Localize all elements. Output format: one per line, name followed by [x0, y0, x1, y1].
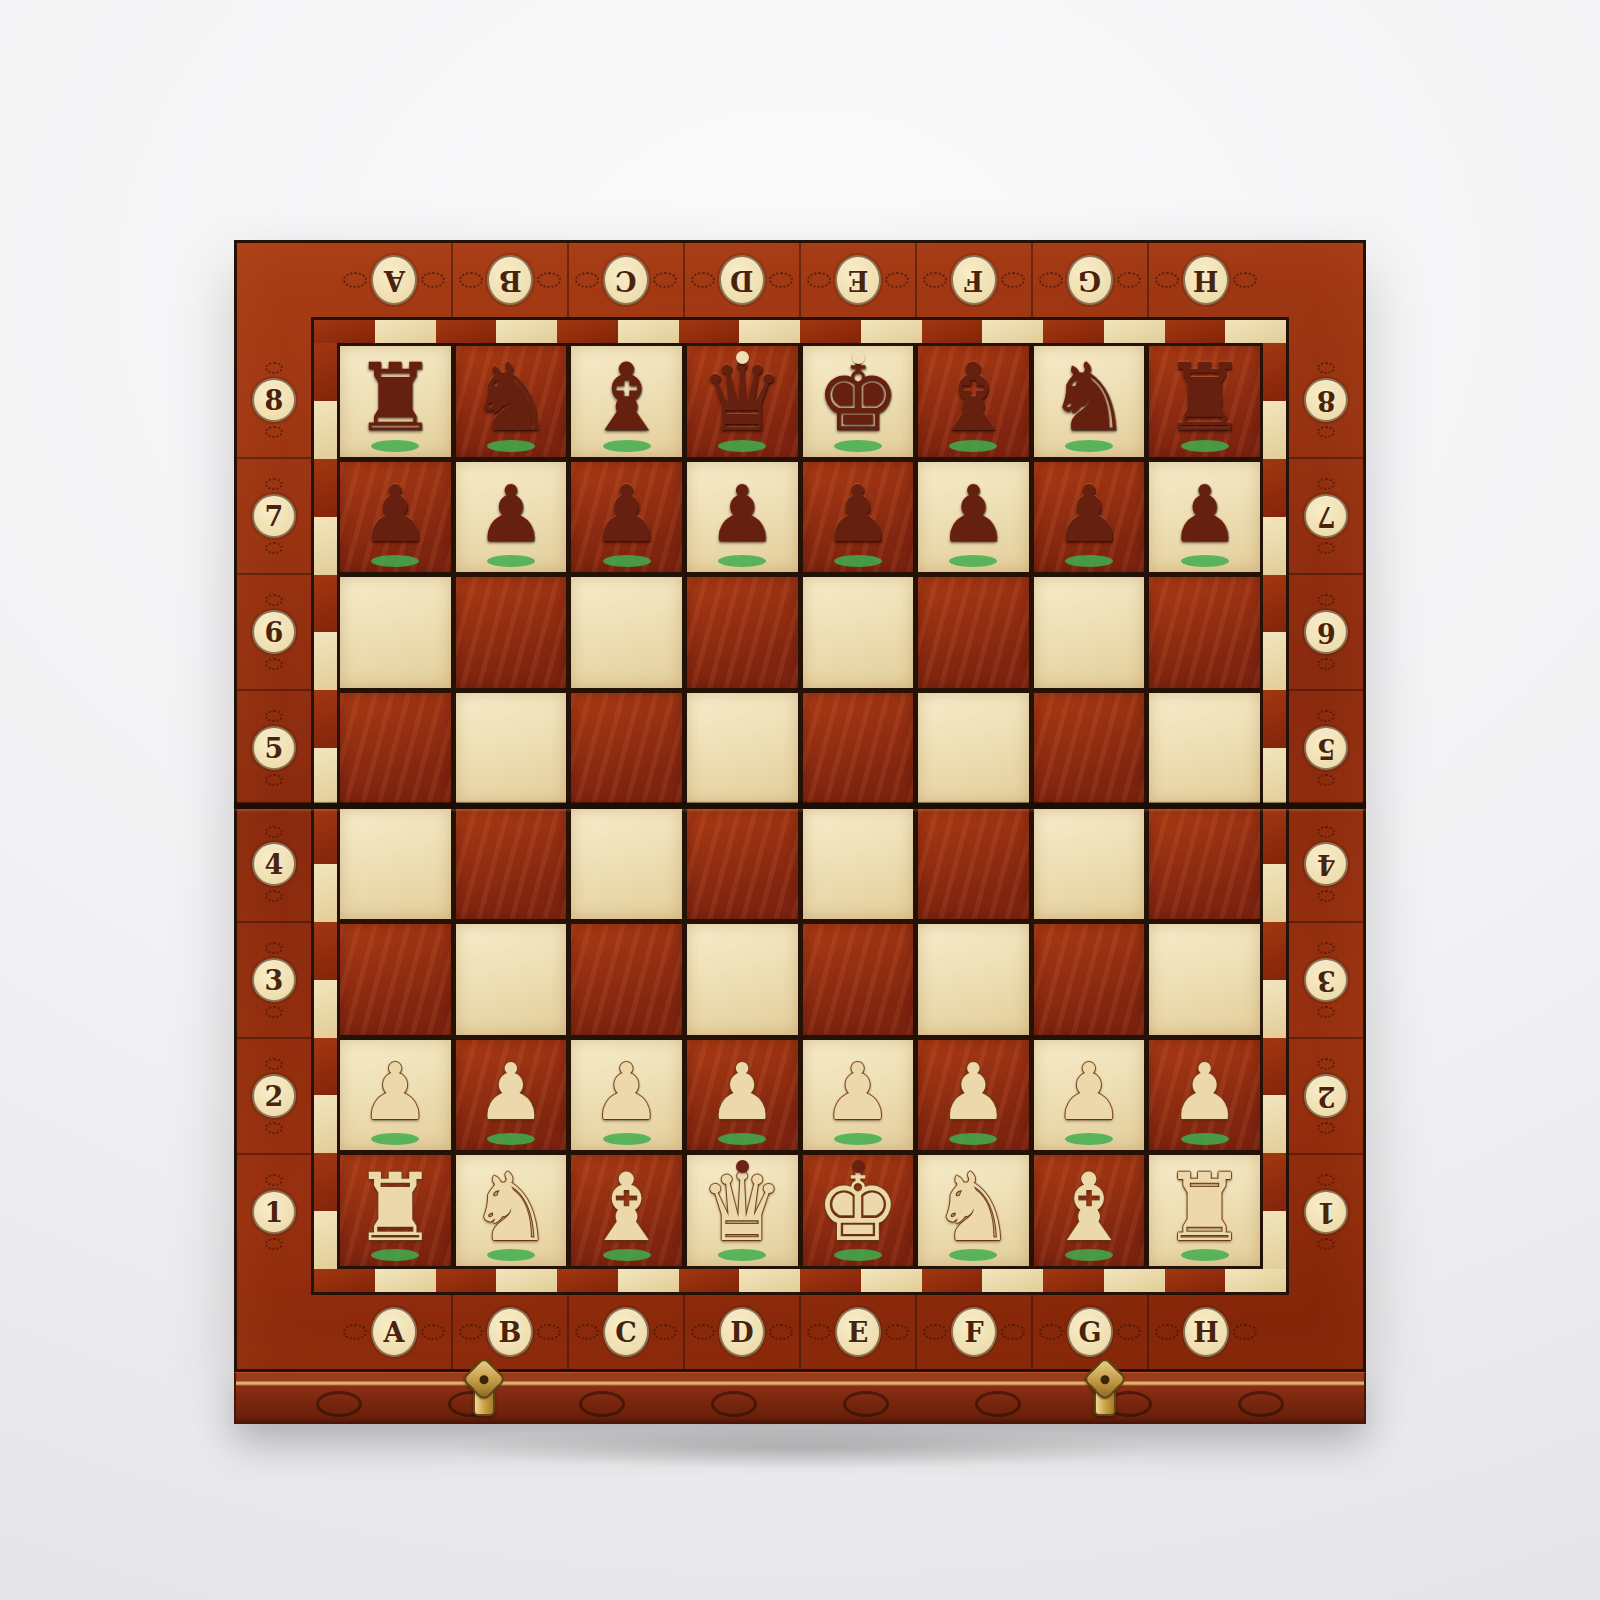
piece-black-rook[interactable]: ♜ [353, 351, 437, 445]
coordinate-oval: D [719, 1307, 765, 1357]
band-segment [1263, 1095, 1286, 1153]
coordinate-text: 5 [265, 733, 284, 764]
scroll-ornament-icon [1317, 710, 1335, 722]
file-labels-bottom: ABCDEFGH [337, 1295, 1263, 1369]
rank-label-cell: 4 [237, 805, 311, 921]
square-c1[interactable]: ♝ [571, 1155, 682, 1266]
coordinate-oval: A [371, 1307, 417, 1357]
square-d7[interactable]: ♟ [687, 462, 798, 573]
scroll-ornament-icon [421, 272, 445, 288]
band-segment [314, 517, 337, 575]
scroll-ornament-icon [1317, 1006, 1335, 1018]
coordinate-text: G [1078, 1317, 1101, 1348]
band-segment [618, 320, 679, 343]
file-labels-top: ABCDEFGH [337, 243, 1263, 317]
scroll-ornament-icon [1039, 1324, 1063, 1340]
coordinate-oval: C [603, 255, 649, 305]
band-segment [1263, 806, 1286, 864]
square-d6[interactable] [687, 577, 798, 688]
band-segment [1104, 320, 1165, 343]
scroll-ornament-icon [653, 1324, 677, 1340]
scroll-ornament-icon [1317, 826, 1335, 838]
edge-oval-ornament [1238, 1391, 1284, 1417]
square-g4[interactable] [1034, 809, 1145, 920]
file-label-cell: A [337, 1295, 451, 1369]
scroll-ornament-icon [459, 272, 483, 288]
piece-white-knight[interactable]: ♞ [931, 1161, 1015, 1255]
coordinate-text: 3 [265, 965, 284, 996]
file-label-cell: F [915, 243, 1031, 317]
square-c2[interactable]: ♟ [571, 1040, 682, 1151]
coordinate-oval: 5 [1304, 726, 1348, 770]
square-c8[interactable]: ♝ [571, 346, 682, 457]
piece-white-bishop[interactable]: ♝ [1047, 1161, 1131, 1255]
square-c7[interactable]: ♟ [571, 462, 682, 573]
coordinate-oval: 3 [1304, 958, 1348, 1002]
piece-black-pawn[interactable]: ♟ [592, 475, 662, 553]
scroll-ornament-icon [1117, 1324, 1141, 1340]
scroll-ornament-icon [1001, 272, 1025, 288]
square-d8[interactable]: ♛ [687, 346, 798, 457]
coordinate-text: H [1193, 265, 1219, 296]
coordinate-text: 1 [265, 1197, 284, 1228]
scroll-ornament-icon [1317, 1058, 1335, 1070]
rank-label-cell: 8 [1289, 343, 1363, 457]
square-h1[interactable]: ♜ [1149, 1155, 1260, 1266]
scroll-ornament-icon [265, 826, 283, 838]
square-a2[interactable]: ♟ [340, 1040, 451, 1151]
square-f2[interactable]: ♟ [918, 1040, 1029, 1151]
band-segment [314, 922, 337, 980]
square-h7[interactable]: ♟ [1149, 462, 1260, 573]
square-f8[interactable]: ♝ [918, 346, 1029, 457]
square-g5[interactable] [1034, 693, 1145, 804]
band-segment [739, 1269, 800, 1292]
scroll-ornament-icon [265, 658, 283, 670]
coordinate-oval: 1 [1304, 1190, 1348, 1234]
square-c3[interactable] [571, 924, 682, 1035]
coordinate-text: E [848, 1317, 869, 1348]
file-label-cell: E [799, 1295, 915, 1369]
scroll-ornament-icon [265, 1058, 283, 1070]
band-segment [314, 1211, 337, 1269]
rank-label-cell: 3 [237, 921, 311, 1037]
square-d4[interactable] [687, 809, 798, 920]
scroll-ornament-icon [265, 710, 283, 722]
coordinate-oval: B [487, 255, 533, 305]
scroll-ornament-icon [1317, 478, 1335, 490]
file-label-cell: A [337, 243, 451, 317]
square-d5[interactable] [687, 693, 798, 804]
square-a7[interactable]: ♟ [340, 462, 451, 573]
file-label-cell: B [451, 243, 567, 317]
square-d3[interactable] [687, 924, 798, 1035]
file-label-cell: D [683, 1295, 799, 1369]
chess-board: ABCDEFGHABCDEFGH8765432187654321♜♞♝♛♚♝♞♜… [234, 240, 1366, 1372]
coordinate-text: 2 [1317, 1081, 1336, 1112]
scroll-ornament-icon [923, 272, 947, 288]
band-segment [557, 320, 618, 343]
scroll-ornament-icon [653, 272, 677, 288]
square-b8[interactable]: ♞ [456, 346, 567, 457]
coordinate-oval: 5 [252, 726, 296, 770]
coordinate-oval: B [487, 1307, 533, 1357]
band-segment [1165, 1269, 1226, 1292]
scroll-ornament-icon [265, 542, 283, 554]
band-segment [557, 1269, 618, 1292]
piece-black-knight[interactable]: ♞ [469, 351, 553, 445]
edge-oval-ornament [579, 1391, 625, 1417]
square-b1[interactable]: ♞ [456, 1155, 567, 1266]
coordinate-oval: G [1067, 255, 1113, 305]
piece-white-knight[interactable]: ♞ [469, 1161, 553, 1255]
square-a5[interactable] [340, 693, 451, 804]
edge-oval-ornament [711, 1391, 757, 1417]
scroll-ornament-icon [1317, 1174, 1335, 1186]
clasp-backplate [462, 1356, 507, 1401]
scroll-ornament-icon [1001, 1324, 1025, 1340]
piece-white-king[interactable]: ♚ [816, 1161, 900, 1255]
piece-black-rook[interactable]: ♜ [1163, 351, 1247, 445]
square-d2[interactable]: ♟ [687, 1040, 798, 1151]
scroll-ornament-icon [923, 1324, 947, 1340]
edge-oval-ornament [843, 1391, 889, 1417]
square-c5[interactable] [571, 693, 682, 804]
square-a6[interactable] [340, 577, 451, 688]
band-segment [496, 1269, 557, 1292]
coordinate-oval: A [371, 255, 417, 305]
piece-black-bishop[interactable]: ♝ [584, 351, 668, 445]
piece-black-bishop[interactable]: ♝ [931, 351, 1015, 445]
coordinate-text: 2 [265, 1081, 284, 1112]
rank-label-cell: 4 [1289, 805, 1363, 921]
scroll-ornament-icon [265, 890, 283, 902]
coordinate-oval: 6 [252, 610, 296, 654]
coordinate-text: H [1193, 1317, 1219, 1348]
coordinate-text: 3 [1317, 965, 1336, 996]
file-label-cell: F [915, 1295, 1031, 1369]
rank-label-cell: 2 [237, 1037, 311, 1153]
square-f1[interactable]: ♞ [918, 1155, 1029, 1266]
scroll-ornament-icon [1317, 890, 1335, 902]
band-segment [1263, 1038, 1286, 1096]
band-segment [1263, 343, 1286, 401]
band-segment [1225, 320, 1286, 343]
scroll-ornament-icon [265, 594, 283, 606]
square-d1[interactable]: ♛ [687, 1155, 798, 1266]
square-g3[interactable] [1034, 924, 1145, 1035]
band-segment [314, 632, 337, 690]
coordinate-text: 5 [1317, 733, 1336, 764]
piece-black-pawn[interactable]: ♟ [476, 475, 546, 553]
file-label-cell: E [799, 243, 915, 317]
coordinate-text: 4 [1317, 849, 1336, 880]
scroll-ornament-icon [1155, 272, 1179, 288]
coordinate-oval: E [835, 255, 881, 305]
square-g7[interactable]: ♟ [1034, 462, 1145, 573]
band-segment [800, 1269, 861, 1292]
square-f4[interactable] [918, 809, 1029, 920]
square-h4[interactable] [1149, 809, 1260, 920]
square-e3[interactable] [803, 924, 914, 1035]
square-e8[interactable]: ♚ [803, 346, 914, 457]
rank-label-cell: 7 [1289, 457, 1363, 573]
coordinate-text: 4 [265, 849, 284, 880]
piece-black-queen[interactable]: ♛ [700, 351, 784, 445]
band-segment [314, 1269, 375, 1292]
piece-white-pawn[interactable]: ♟ [1054, 1053, 1124, 1131]
band-segment [314, 806, 337, 864]
scroll-ornament-icon [1039, 272, 1063, 288]
piece-white-pawn[interactable]: ♟ [592, 1053, 662, 1131]
scroll-ornament-icon [265, 942, 283, 954]
fold-seam-hinge [234, 803, 1366, 809]
piece-white-rook[interactable]: ♜ [353, 1161, 437, 1255]
band-segment [314, 980, 337, 1038]
square-f5[interactable] [918, 693, 1029, 804]
file-label-cell: G [1031, 243, 1147, 317]
square-g8[interactable]: ♞ [1034, 346, 1145, 457]
rank-label-cell: 1 [1289, 1153, 1363, 1269]
band-segment [496, 320, 557, 343]
band-segment [982, 320, 1043, 343]
scroll-ornament-icon [1317, 1122, 1335, 1134]
coordinate-text: 8 [1317, 385, 1336, 416]
scroll-ornament-icon [575, 272, 599, 288]
piece-black-pawn[interactable]: ♟ [1170, 475, 1240, 553]
scroll-ornament-icon [769, 272, 793, 288]
coordinate-text: B [499, 265, 522, 296]
coordinate-text: A [384, 265, 405, 296]
square-h6[interactable] [1149, 577, 1260, 688]
square-a1[interactable]: ♜ [340, 1155, 451, 1266]
band-segment [1263, 401, 1286, 459]
band-segment [1263, 864, 1286, 922]
scroll-ornament-icon [265, 478, 283, 490]
coordinate-oval: F [951, 1307, 997, 1357]
coordinate-text: A [384, 1317, 405, 1348]
coordinate-text: 6 [1317, 617, 1336, 648]
scroll-ornament-icon [1233, 272, 1257, 288]
band-segment [1263, 690, 1286, 748]
square-e5[interactable] [803, 693, 914, 804]
square-f3[interactable] [918, 924, 1029, 1035]
square-f7[interactable]: ♟ [918, 462, 1029, 573]
scroll-ornament-icon [769, 1324, 793, 1340]
square-h3[interactable] [1149, 924, 1260, 1035]
square-c6[interactable] [571, 577, 682, 688]
scroll-ornament-icon [575, 1324, 599, 1340]
rank-label-cell: 5 [1289, 689, 1363, 805]
file-label-cell: G [1031, 1295, 1147, 1369]
coordinate-text: F [964, 1317, 983, 1348]
file-label-cell: H [1147, 243, 1263, 317]
square-a8[interactable]: ♜ [340, 346, 451, 457]
square-c4[interactable] [571, 809, 682, 920]
band-segment [314, 575, 337, 633]
coordinate-oval: 8 [1304, 378, 1348, 422]
checkered-border-band [314, 1269, 1286, 1292]
band-segment [1043, 1269, 1104, 1292]
coordinate-oval: C [603, 1307, 649, 1357]
scroll-ornament-icon [537, 272, 561, 288]
square-b7[interactable]: ♟ [456, 462, 567, 573]
edge-oval-ornament [975, 1391, 1021, 1417]
coordinate-text: D [730, 1317, 753, 1348]
coordinate-oval: E [835, 1307, 881, 1357]
scroll-ornament-icon [1317, 1238, 1335, 1250]
scroll-ornament-icon [1317, 942, 1335, 954]
piece-white-pawn[interactable]: ♟ [1170, 1053, 1240, 1131]
scroll-ornament-icon [265, 362, 283, 374]
piece-white-pawn[interactable]: ♟ [823, 1053, 893, 1131]
square-b5[interactable] [456, 693, 567, 804]
rank-label-cell: 2 [1289, 1037, 1363, 1153]
piece-white-pawn[interactable]: ♟ [360, 1053, 430, 1131]
coordinate-text: C [615, 1317, 637, 1348]
brass-clasp [461, 1363, 507, 1416]
scroll-ornament-icon [885, 272, 909, 288]
piece-black-king[interactable]: ♚ [816, 351, 900, 445]
band-segment [314, 343, 337, 401]
band-segment [982, 1269, 1043, 1292]
square-g1[interactable]: ♝ [1034, 1155, 1145, 1266]
coordinate-oval: 8 [252, 378, 296, 422]
band-segment [1104, 1269, 1165, 1292]
scroll-ornament-icon [265, 1006, 283, 1018]
scroll-ornament-icon [807, 1324, 831, 1340]
coordinate-oval: 7 [1304, 494, 1348, 538]
piece-black-knight[interactable]: ♞ [1047, 351, 1131, 445]
edge-oval-ornament [316, 1391, 362, 1417]
coordinate-oval: 6 [1304, 610, 1348, 654]
square-a3[interactable] [340, 924, 451, 1035]
square-b4[interactable] [456, 809, 567, 920]
scroll-ornament-icon [265, 1174, 283, 1186]
square-b6[interactable] [456, 577, 567, 688]
band-segment [861, 1269, 922, 1292]
coordinate-oval: 4 [1304, 842, 1348, 886]
coordinate-text: E [848, 265, 869, 296]
rank-label-cell: 1 [237, 1153, 311, 1269]
band-segment [436, 1269, 497, 1292]
band-segment [1263, 459, 1286, 517]
coordinate-text: 1 [1317, 1197, 1336, 1228]
piece-black-pawn[interactable]: ♟ [1054, 475, 1124, 553]
scroll-ornament-icon [343, 272, 367, 288]
coordinate-oval: 2 [252, 1074, 296, 1118]
square-e1[interactable]: ♚ [803, 1155, 914, 1266]
scroll-ornament-icon [1317, 542, 1335, 554]
piece-white-pawn[interactable]: ♟ [938, 1053, 1008, 1131]
square-g6[interactable] [1034, 577, 1145, 688]
band-segment [800, 320, 861, 343]
band-segment [314, 1153, 337, 1211]
band-segment [922, 320, 983, 343]
band-segment [314, 1095, 337, 1153]
band-segment [739, 320, 800, 343]
square-e4[interactable] [803, 809, 914, 920]
band-segment [1263, 922, 1286, 980]
band-segment [314, 459, 337, 517]
coordinate-text: D [730, 265, 753, 296]
scroll-ornament-icon [265, 1238, 283, 1250]
band-segment [314, 320, 375, 343]
coordinate-text: G [1078, 265, 1101, 296]
band-segment [679, 1269, 740, 1292]
board-shadow [280, 1418, 1320, 1478]
coordinate-text: 7 [265, 501, 284, 532]
coordinate-text: 7 [1317, 501, 1336, 532]
file-label-cell: D [683, 243, 799, 317]
band-segment [314, 748, 337, 806]
coordinate-oval: F [951, 255, 997, 305]
piece-black-pawn[interactable]: ♟ [938, 475, 1008, 553]
scroll-ornament-icon [885, 1324, 909, 1340]
band-segment [1263, 575, 1286, 633]
band-segment [861, 320, 922, 343]
coordinate-oval: H [1183, 255, 1229, 305]
scroll-ornament-icon [343, 1324, 367, 1340]
square-h8[interactable]: ♜ [1149, 346, 1260, 457]
piece-white-pawn[interactable]: ♟ [707, 1053, 777, 1131]
band-segment [1165, 320, 1226, 343]
square-f6[interactable] [918, 577, 1029, 688]
scroll-ornament-icon [1233, 1324, 1257, 1340]
brass-clasp [1082, 1363, 1128, 1416]
square-e7[interactable]: ♟ [803, 462, 914, 573]
piece-white-bishop[interactable]: ♝ [584, 1161, 668, 1255]
band-segment [1263, 748, 1286, 806]
square-e6[interactable] [803, 577, 914, 688]
piece-white-pawn[interactable]: ♟ [476, 1053, 546, 1131]
scroll-ornament-icon [1317, 362, 1335, 374]
square-h5[interactable] [1149, 693, 1260, 804]
square-g2[interactable]: ♟ [1034, 1040, 1145, 1151]
board-front-edge [234, 1372, 1366, 1424]
rank-label-cell: 8 [237, 343, 311, 457]
scroll-ornament-icon [1117, 272, 1141, 288]
square-h2[interactable]: ♟ [1149, 1040, 1260, 1151]
piece-black-pawn[interactable]: ♟ [707, 475, 777, 553]
square-a4[interactable] [340, 809, 451, 920]
file-label-cell: C [567, 243, 683, 317]
band-segment [1263, 980, 1286, 1038]
coordinate-text: C [615, 265, 637, 296]
square-b2[interactable]: ♟ [456, 1040, 567, 1151]
scroll-ornament-icon [1317, 774, 1335, 786]
coordinate-text: B [499, 1317, 522, 1348]
square-b3[interactable] [456, 924, 567, 1035]
scroll-ornament-icon [1155, 1324, 1179, 1340]
band-segment [618, 1269, 679, 1292]
coordinate-oval: 1 [252, 1190, 296, 1234]
piece-black-pawn[interactable]: ♟ [823, 475, 893, 553]
studio-backdrop: ABCDEFGHABCDEFGH8765432187654321♜♞♝♛♚♝♞♜… [0, 0, 1600, 1600]
clasp-backplate [1082, 1356, 1127, 1401]
coordinate-text: F [964, 265, 983, 296]
piece-white-rook[interactable]: ♜ [1163, 1161, 1247, 1255]
square-e2[interactable]: ♟ [803, 1040, 914, 1151]
band-segment [679, 320, 740, 343]
finial-accent [852, 351, 865, 364]
band-segment [1225, 1269, 1286, 1292]
piece-black-pawn[interactable]: ♟ [360, 475, 430, 553]
band-segment [922, 1269, 983, 1292]
piece-white-queen[interactable]: ♛ [700, 1161, 784, 1255]
coordinate-oval: D [719, 255, 765, 305]
scroll-ornament-icon [691, 272, 715, 288]
